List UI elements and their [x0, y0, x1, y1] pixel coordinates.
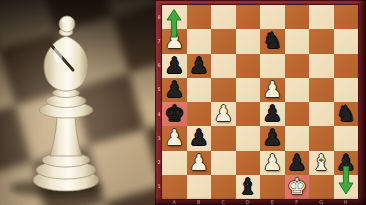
square-c1	[211, 175, 236, 199]
square-c4: ♟	[211, 102, 236, 126]
file-label-a: a	[169, 200, 179, 205]
square-b1	[187, 175, 212, 199]
piece-white-king-f1: ♚	[287, 175, 307, 199]
file-label-e: e	[267, 200, 277, 205]
square-e2: ♟	[260, 151, 285, 175]
square-h6	[334, 54, 359, 78]
square-g2: ♝	[309, 151, 334, 175]
thumbnail: ♟♞♟♟♟♟♚♟♟♞♟♟♟♟♟♟♝♟♝♚ 87654321abcdefgh	[0, 0, 366, 205]
rank-label-1: 1	[156, 184, 162, 189]
square-a7: ♟	[162, 29, 187, 53]
square-f6	[285, 54, 310, 78]
square-d3	[236, 126, 261, 150]
square-f5	[285, 78, 310, 102]
square-h3	[334, 126, 359, 150]
square-e8	[260, 5, 285, 29]
file-label-d: d	[243, 200, 253, 205]
square-g4	[309, 102, 334, 126]
piece-black-knight-e7: ♞	[262, 29, 282, 53]
piece-white-pawn-b2: ♟	[189, 151, 209, 175]
square-f7	[285, 29, 310, 53]
square-b5	[187, 78, 212, 102]
square-f8	[285, 5, 310, 29]
piece-black-knight-h4: ♞	[336, 102, 356, 126]
piece-black-bishop-d1: ♝	[238, 175, 258, 199]
square-c7	[211, 29, 236, 53]
square-d6	[236, 54, 261, 78]
file-label-g: g	[316, 200, 326, 205]
square-d2	[236, 151, 261, 175]
piece-white-pawn-e5: ♟	[262, 78, 282, 102]
square-d8	[236, 5, 261, 29]
piece-black-pawn-h2: ♟	[336, 151, 356, 175]
square-c8	[211, 5, 236, 29]
rank-label-5: 5	[156, 87, 162, 92]
square-h5	[334, 78, 359, 102]
square-b4	[187, 102, 212, 126]
rank-label-6: 6	[156, 63, 162, 68]
file-label-b: b	[194, 200, 204, 205]
square-b8	[187, 5, 212, 29]
piece-white-pawn-a3: ♟	[164, 126, 184, 150]
square-c5	[211, 78, 236, 102]
piece-black-pawn-e3: ♟	[262, 126, 282, 150]
square-e5: ♟	[260, 78, 285, 102]
file-label-f: f	[292, 200, 302, 205]
piece-black-king-a4: ♚	[164, 102, 184, 126]
chess-board: ♟♞♟♟♟♟♚♟♟♞♟♟♟♟♟♟♝♟♝♚	[162, 5, 358, 199]
rank-label-4: 4	[156, 112, 162, 117]
rank-label-3: 3	[156, 136, 162, 141]
square-b6: ♟	[187, 54, 212, 78]
square-d7	[236, 29, 261, 53]
square-f2: ♟	[285, 151, 310, 175]
piece-black-pawn-e4: ♟	[262, 102, 282, 126]
square-g8	[309, 5, 334, 29]
square-a5: ♟	[162, 78, 187, 102]
square-c2	[211, 151, 236, 175]
square-b7	[187, 29, 212, 53]
square-e4: ♟	[260, 102, 285, 126]
square-d1: ♝	[236, 175, 261, 199]
square-a6: ♟	[162, 54, 187, 78]
square-h1	[334, 175, 359, 199]
square-g6	[309, 54, 334, 78]
square-c3	[211, 126, 236, 150]
square-g7	[309, 29, 334, 53]
square-h8	[334, 5, 359, 29]
chess-board-panel: ♟♞♟♟♟♟♚♟♟♞♟♟♟♟♟♟♝♟♝♚ 87654321abcdefgh	[155, 0, 366, 205]
square-g1	[309, 175, 334, 199]
square-h7	[334, 29, 359, 53]
piece-white-bishop-g2: ♝	[311, 151, 331, 175]
square-e7: ♞	[260, 29, 285, 53]
square-g3	[309, 126, 334, 150]
file-label-h: h	[341, 200, 351, 205]
square-a4: ♚	[162, 102, 187, 126]
bishop-photo	[0, 0, 155, 205]
square-a1	[162, 175, 187, 199]
square-b2: ♟	[187, 151, 212, 175]
square-e6	[260, 54, 285, 78]
square-a2	[162, 151, 187, 175]
rank-label-2: 2	[156, 160, 162, 165]
rank-label-8: 8	[156, 15, 162, 20]
square-b3: ♟	[187, 126, 212, 150]
square-f1: ♚	[285, 175, 310, 199]
piece-white-pawn-a7: ♟	[164, 29, 184, 53]
square-d5	[236, 78, 261, 102]
square-d4	[236, 102, 261, 126]
piece-black-pawn-b6: ♟	[189, 54, 209, 78]
square-e1	[260, 175, 285, 199]
square-h2: ♟	[334, 151, 359, 175]
white-bishop-figure	[0, 4, 150, 204]
square-f4	[285, 102, 310, 126]
square-e3: ♟	[260, 126, 285, 150]
rank-label-7: 7	[156, 39, 162, 44]
square-h4: ♞	[334, 102, 359, 126]
piece-white-pawn-c4: ♟	[213, 102, 233, 126]
piece-black-pawn-f2: ♟	[287, 151, 307, 175]
square-a8	[162, 5, 187, 29]
square-c6	[211, 54, 236, 78]
square-f3	[285, 126, 310, 150]
square-g5	[309, 78, 334, 102]
piece-black-pawn-b3: ♟	[189, 126, 209, 150]
square-a3: ♟	[162, 126, 187, 150]
piece-black-pawn-a5: ♟	[164, 78, 184, 102]
file-label-c: c	[218, 200, 228, 205]
piece-white-pawn-e2: ♟	[262, 151, 282, 175]
piece-black-pawn-a6: ♟	[164, 54, 184, 78]
